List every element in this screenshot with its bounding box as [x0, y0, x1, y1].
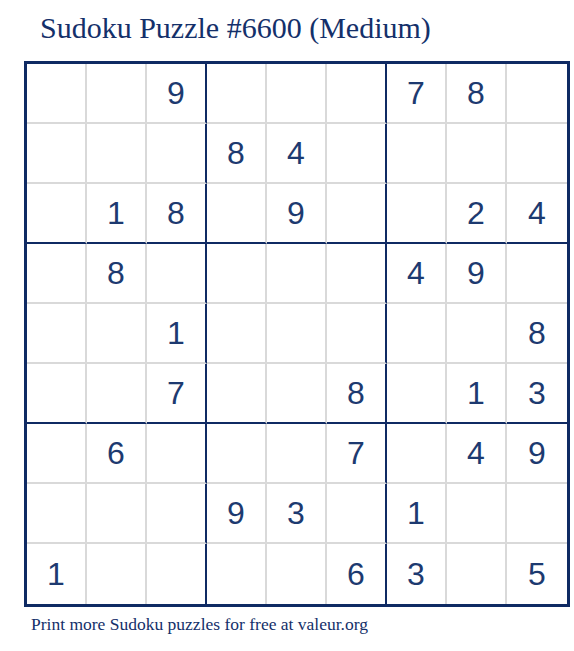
cell-r9c6: 6 — [327, 544, 387, 604]
cell-r7c6: 7 — [327, 424, 387, 484]
cell-r9c7: 3 — [387, 544, 447, 604]
cell-r7c9: 9 — [507, 424, 567, 484]
cell-r6c6: 8 — [327, 364, 387, 424]
cell-r9c1: 1 — [27, 544, 87, 604]
cell-r3c7 — [387, 184, 447, 244]
cell-r5c6 — [327, 304, 387, 364]
cell-r8c4: 9 — [207, 484, 267, 544]
sudoku-board: 978841892484918781367499311635 — [24, 61, 570, 607]
cell-r7c8: 4 — [447, 424, 507, 484]
cell-r9c5 — [267, 544, 327, 604]
cell-r5c7 — [387, 304, 447, 364]
cell-r1c4 — [207, 64, 267, 124]
cell-r6c8: 1 — [447, 364, 507, 424]
cell-r6c3: 7 — [147, 364, 207, 424]
cell-r7c3 — [147, 424, 207, 484]
cell-r1c7: 7 — [387, 64, 447, 124]
cell-r2c2 — [87, 124, 147, 184]
cell-r7c1 — [27, 424, 87, 484]
footer-text: Print more Sudoku puzzles for free at va… — [31, 614, 368, 635]
cell-r3c1 — [27, 184, 87, 244]
cell-r4c4 — [207, 244, 267, 304]
cell-r8c5: 3 — [267, 484, 327, 544]
cell-r3c3: 8 — [147, 184, 207, 244]
cell-r4c5 — [267, 244, 327, 304]
cell-r7c2: 6 — [87, 424, 147, 484]
cell-r5c4 — [207, 304, 267, 364]
cell-r1c9 — [507, 64, 567, 124]
cell-r5c2 — [87, 304, 147, 364]
cell-r1c8: 8 — [447, 64, 507, 124]
cell-r8c3 — [147, 484, 207, 544]
cell-r2c8 — [447, 124, 507, 184]
cell-r4c2: 8 — [87, 244, 147, 304]
cell-r4c3 — [147, 244, 207, 304]
cell-r6c1 — [27, 364, 87, 424]
cell-r4c1 — [27, 244, 87, 304]
cell-r2c6 — [327, 124, 387, 184]
cell-r3c2: 1 — [87, 184, 147, 244]
cell-r7c4 — [207, 424, 267, 484]
cell-r1c6 — [327, 64, 387, 124]
cell-r8c9 — [507, 484, 567, 544]
cell-r9c3 — [147, 544, 207, 604]
cell-r8c8 — [447, 484, 507, 544]
cell-r2c9 — [507, 124, 567, 184]
cell-r5c1 — [27, 304, 87, 364]
cell-r5c3: 1 — [147, 304, 207, 364]
cell-r4c7: 4 — [387, 244, 447, 304]
cell-r1c5 — [267, 64, 327, 124]
cell-r8c1 — [27, 484, 87, 544]
cell-r6c9: 3 — [507, 364, 567, 424]
cell-r3c4 — [207, 184, 267, 244]
cell-r3c5: 9 — [267, 184, 327, 244]
cell-r8c2 — [87, 484, 147, 544]
cell-r1c2 — [87, 64, 147, 124]
cell-r5c8 — [447, 304, 507, 364]
cell-r1c3: 9 — [147, 64, 207, 124]
cell-r4c6 — [327, 244, 387, 304]
cell-r4c9 — [507, 244, 567, 304]
cell-r2c5: 4 — [267, 124, 327, 184]
cell-r2c1 — [27, 124, 87, 184]
cell-r6c4 — [207, 364, 267, 424]
cell-r1c1 — [27, 64, 87, 124]
cell-r5c5 — [267, 304, 327, 364]
cell-r2c3 — [147, 124, 207, 184]
cell-r8c6 — [327, 484, 387, 544]
cell-r8c7: 1 — [387, 484, 447, 544]
cell-r6c5 — [267, 364, 327, 424]
cell-r6c2 — [87, 364, 147, 424]
cell-r7c5 — [267, 424, 327, 484]
cell-r5c9: 8 — [507, 304, 567, 364]
cell-r2c4: 8 — [207, 124, 267, 184]
cell-r3c6 — [327, 184, 387, 244]
cell-r9c9: 5 — [507, 544, 567, 604]
cell-r9c4 — [207, 544, 267, 604]
cell-r3c9: 4 — [507, 184, 567, 244]
cell-r9c2 — [87, 544, 147, 604]
sudoku-page: Sudoku Puzzle #6600 (Medium) 97884189248… — [0, 0, 574, 651]
page-title: Sudoku Puzzle #6600 (Medium) — [40, 11, 431, 45]
cell-r4c8: 9 — [447, 244, 507, 304]
cell-r2c7 — [387, 124, 447, 184]
cell-r7c7 — [387, 424, 447, 484]
cell-r3c8: 2 — [447, 184, 507, 244]
cell-r6c7 — [387, 364, 447, 424]
cell-r9c8 — [447, 544, 507, 604]
